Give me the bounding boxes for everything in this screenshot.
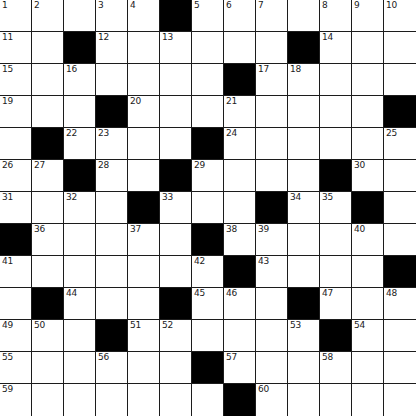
cell-r0c6[interactable]: 5 <box>192 0 224 32</box>
clue-number: 56 <box>98 352 109 363</box>
cell-r7c11[interactable]: 40 <box>352 224 384 256</box>
cell-r5c11[interactable]: 30 <box>352 160 384 192</box>
clue-number: 18 <box>290 64 301 75</box>
cell-r2c12[interactable] <box>384 64 416 96</box>
cell-r4c11[interactable] <box>352 128 384 160</box>
cell-r10c8[interactable] <box>256 320 288 352</box>
cell-r12c8[interactable]: 60 <box>256 384 288 416</box>
cell-r7c9[interactable] <box>288 224 320 256</box>
clue-number: 19 <box>2 96 13 107</box>
clue-number: 27 <box>34 160 45 171</box>
cell-r3c10[interactable] <box>320 96 352 128</box>
cell-r8c11[interactable] <box>352 256 384 288</box>
cell-r2c6[interactable] <box>192 64 224 96</box>
cell-r0c3[interactable]: 3 <box>96 0 128 32</box>
clue-number: 25 <box>386 128 397 139</box>
clue-number: 8 <box>322 0 327 11</box>
cell-r0c12[interactable]: 10 <box>384 0 416 32</box>
cell-r3c4[interactable]: 20 <box>128 96 160 128</box>
cell-r8c8[interactable]: 43 <box>256 256 288 288</box>
cell-r12c10[interactable] <box>320 384 352 416</box>
clue-number: 41 <box>2 256 13 267</box>
clue-number: 47 <box>322 288 333 299</box>
clue-number: 48 <box>386 288 397 299</box>
black-cell-r8c7 <box>224 256 256 288</box>
cell-r7c10[interactable] <box>320 224 352 256</box>
cell-r1c10[interactable]: 14 <box>320 32 352 64</box>
clue-number: 2 <box>34 0 39 11</box>
cell-r12c1[interactable] <box>32 384 64 416</box>
black-cell-r6c8 <box>256 192 288 224</box>
cell-r11c12[interactable] <box>384 352 416 384</box>
clue-number: 3 <box>98 0 103 11</box>
clue-number: 35 <box>322 192 333 203</box>
clue-number: 34 <box>290 192 301 203</box>
clue-number: 36 <box>34 224 45 235</box>
cell-r9c11[interactable] <box>352 288 384 320</box>
cell-r12c11[interactable] <box>352 384 384 416</box>
clue-number: 60 <box>258 384 269 395</box>
black-cell-r0c5 <box>160 0 192 32</box>
cell-r7c8[interactable]: 39 <box>256 224 288 256</box>
cell-r7c4[interactable]: 37 <box>128 224 160 256</box>
crossword-grid: 1234567891011121314151617181920212223242… <box>0 0 416 416</box>
clue-number: 13 <box>162 32 173 43</box>
cell-r8c5[interactable] <box>160 256 192 288</box>
cell-r9c10[interactable]: 47 <box>320 288 352 320</box>
clue-number: 32 <box>66 192 77 203</box>
cell-r3c1[interactable] <box>32 96 64 128</box>
cell-r8c4[interactable] <box>128 256 160 288</box>
cell-r11c4[interactable] <box>128 352 160 384</box>
clue-number: 7 <box>258 0 263 11</box>
black-cell-r10c3 <box>96 320 128 352</box>
cell-r8c9[interactable] <box>288 256 320 288</box>
cell-r11c7[interactable]: 57 <box>224 352 256 384</box>
cell-r6c12[interactable] <box>384 192 416 224</box>
cell-r10c9[interactable]: 53 <box>288 320 320 352</box>
cell-r8c2[interactable] <box>64 256 96 288</box>
clue-number: 43 <box>258 256 269 267</box>
clue-number: 38 <box>226 224 237 235</box>
cell-r8c6[interactable]: 42 <box>192 256 224 288</box>
cell-r4c8[interactable] <box>256 128 288 160</box>
black-cell-r4c6 <box>192 128 224 160</box>
cell-r10c11[interactable]: 54 <box>352 320 384 352</box>
cell-r3c2[interactable] <box>64 96 96 128</box>
clue-number: 45 <box>194 288 205 299</box>
cell-r12c2[interactable] <box>64 384 96 416</box>
cell-r1c1[interactable] <box>32 32 64 64</box>
clue-number: 6 <box>226 0 231 11</box>
cell-r6c6[interactable] <box>192 192 224 224</box>
black-cell-r6c4 <box>128 192 160 224</box>
cell-r11c3[interactable]: 56 <box>96 352 128 384</box>
cell-r2c2[interactable]: 16 <box>64 64 96 96</box>
black-cell-r1c2 <box>64 32 96 64</box>
cell-r8c3[interactable] <box>96 256 128 288</box>
cell-r4c4[interactable] <box>128 128 160 160</box>
cell-r9c2[interactable]: 44 <box>64 288 96 320</box>
cell-r2c11[interactable] <box>352 64 384 96</box>
black-cell-r12c7 <box>224 384 256 416</box>
clue-number: 20 <box>130 96 141 107</box>
cell-r0c2[interactable] <box>64 0 96 32</box>
cell-r3c5[interactable] <box>160 96 192 128</box>
cell-r10c7[interactable] <box>224 320 256 352</box>
cell-r9c8[interactable] <box>256 288 288 320</box>
black-cell-r8c12 <box>384 256 416 288</box>
cell-r11c2[interactable] <box>64 352 96 384</box>
clue-number: 37 <box>130 224 141 235</box>
clue-number: 59 <box>2 384 13 395</box>
cell-r10c0[interactable]: 49 <box>0 320 32 352</box>
black-cell-r2c7 <box>224 64 256 96</box>
cell-r5c9[interactable] <box>288 160 320 192</box>
clue-number: 31 <box>2 192 13 203</box>
cell-r3c11[interactable] <box>352 96 384 128</box>
black-cell-r4c1 <box>32 128 64 160</box>
cell-r12c5[interactable] <box>160 384 192 416</box>
black-cell-r5c5 <box>160 160 192 192</box>
clue-number: 42 <box>194 256 205 267</box>
clue-number: 57 <box>226 352 237 363</box>
cell-r0c8[interactable]: 7 <box>256 0 288 32</box>
cell-r2c1[interactable] <box>32 64 64 96</box>
clue-number: 17 <box>258 64 269 75</box>
clue-number: 46 <box>226 288 237 299</box>
cell-r6c2[interactable]: 32 <box>64 192 96 224</box>
cell-r8c1[interactable] <box>32 256 64 288</box>
cell-r3c8[interactable] <box>256 96 288 128</box>
black-cell-r7c6 <box>192 224 224 256</box>
cell-r9c4[interactable] <box>128 288 160 320</box>
clue-number: 26 <box>2 160 13 171</box>
cell-r7c1[interactable]: 36 <box>32 224 64 256</box>
cell-r0c0[interactable]: 1 <box>0 0 32 32</box>
cell-r0c9[interactable] <box>288 0 320 32</box>
cell-r1c6[interactable] <box>192 32 224 64</box>
clue-number: 44 <box>66 288 77 299</box>
cell-r6c0[interactable]: 31 <box>0 192 32 224</box>
cell-r11c10[interactable]: 58 <box>320 352 352 384</box>
cell-r1c7[interactable] <box>224 32 256 64</box>
cell-r1c5[interactable]: 13 <box>160 32 192 64</box>
cell-r6c10[interactable]: 35 <box>320 192 352 224</box>
cell-r10c2[interactable] <box>64 320 96 352</box>
clue-number: 39 <box>258 224 269 235</box>
cell-r11c11[interactable] <box>352 352 384 384</box>
cell-r4c12[interactable]: 25 <box>384 128 416 160</box>
clue-number: 11 <box>2 32 13 43</box>
cell-r7c2[interactable] <box>64 224 96 256</box>
cell-r10c12[interactable] <box>384 320 416 352</box>
cell-r6c3[interactable] <box>96 192 128 224</box>
cell-r5c7[interactable] <box>224 160 256 192</box>
cell-r2c4[interactable] <box>128 64 160 96</box>
cell-r10c6[interactable] <box>192 320 224 352</box>
cell-r3c0[interactable]: 19 <box>0 96 32 128</box>
cell-r6c1[interactable] <box>32 192 64 224</box>
black-cell-r10c10 <box>320 320 352 352</box>
cell-r5c6[interactable]: 29 <box>192 160 224 192</box>
cell-r1c4[interactable] <box>128 32 160 64</box>
cell-r1c11[interactable] <box>352 32 384 64</box>
cell-r12c4[interactable] <box>128 384 160 416</box>
black-cell-r9c5 <box>160 288 192 320</box>
clue-number: 54 <box>354 320 365 331</box>
cell-r4c7[interactable]: 24 <box>224 128 256 160</box>
cell-r11c5[interactable] <box>160 352 192 384</box>
cell-r12c12[interactable] <box>384 384 416 416</box>
clue-number: 50 <box>34 320 45 331</box>
clue-number: 12 <box>98 32 109 43</box>
cell-r1c3[interactable]: 12 <box>96 32 128 64</box>
cell-r9c7[interactable]: 46 <box>224 288 256 320</box>
clue-number: 28 <box>98 160 109 171</box>
cell-r12c0[interactable]: 59 <box>0 384 32 416</box>
clue-number: 15 <box>2 64 13 75</box>
cell-r5c1[interactable]: 27 <box>32 160 64 192</box>
clue-number: 40 <box>354 224 365 235</box>
black-cell-r3c12 <box>384 96 416 128</box>
cell-r0c1[interactable]: 2 <box>32 0 64 32</box>
cell-r9c12[interactable]: 48 <box>384 288 416 320</box>
cell-r12c9[interactable] <box>288 384 320 416</box>
cell-r2c5[interactable] <box>160 64 192 96</box>
cell-r4c10[interactable] <box>320 128 352 160</box>
clue-number: 21 <box>226 96 237 107</box>
cell-r7c3[interactable] <box>96 224 128 256</box>
cell-r0c7[interactable]: 6 <box>224 0 256 32</box>
clue-number: 33 <box>162 192 173 203</box>
clue-number: 53 <box>290 320 301 331</box>
clue-number: 1 <box>2 0 7 11</box>
cell-r12c6[interactable] <box>192 384 224 416</box>
cell-r5c12[interactable] <box>384 160 416 192</box>
cell-r2c0[interactable]: 15 <box>0 64 32 96</box>
cell-r3c6[interactable] <box>192 96 224 128</box>
cell-r8c0[interactable]: 41 <box>0 256 32 288</box>
cell-r9c0[interactable] <box>0 288 32 320</box>
cell-r2c3[interactable] <box>96 64 128 96</box>
cell-r6c5[interactable]: 33 <box>160 192 192 224</box>
crossword-board-wrap: 1234567891011121314151617181920212223242… <box>0 0 416 416</box>
cell-r0c10[interactable]: 8 <box>320 0 352 32</box>
cell-r5c4[interactable] <box>128 160 160 192</box>
cell-r9c6[interactable]: 45 <box>192 288 224 320</box>
cell-r7c7[interactable]: 38 <box>224 224 256 256</box>
cell-r5c0[interactable]: 26 <box>0 160 32 192</box>
clue-number: 4 <box>130 0 135 11</box>
clue-number: 10 <box>386 0 397 11</box>
cell-r6c9[interactable]: 34 <box>288 192 320 224</box>
black-cell-r6c11 <box>352 192 384 224</box>
clue-number: 29 <box>194 160 205 171</box>
cell-r0c11[interactable]: 9 <box>352 0 384 32</box>
black-cell-r3c3 <box>96 96 128 128</box>
clue-number: 51 <box>130 320 141 331</box>
cell-r7c5[interactable] <box>160 224 192 256</box>
cell-r4c0[interactable] <box>0 128 32 160</box>
clue-number: 22 <box>66 128 77 139</box>
cell-r3c7[interactable]: 21 <box>224 96 256 128</box>
black-cell-r1c9 <box>288 32 320 64</box>
cell-r12c3[interactable] <box>96 384 128 416</box>
clue-number: 52 <box>162 320 173 331</box>
clue-number: 55 <box>2 352 13 363</box>
clue-number: 14 <box>322 32 333 43</box>
cell-r3c9[interactable] <box>288 96 320 128</box>
cell-r5c3[interactable]: 28 <box>96 160 128 192</box>
black-cell-r9c9 <box>288 288 320 320</box>
cell-r7c12[interactable] <box>384 224 416 256</box>
cell-r10c1[interactable]: 50 <box>32 320 64 352</box>
cell-r1c0[interactable]: 11 <box>0 32 32 64</box>
cell-r11c9[interactable] <box>288 352 320 384</box>
black-cell-r9c1 <box>32 288 64 320</box>
cell-r9c3[interactable] <box>96 288 128 320</box>
cell-r8c10[interactable] <box>320 256 352 288</box>
cell-r1c12[interactable] <box>384 32 416 64</box>
clue-number: 5 <box>194 0 199 11</box>
cell-r6c7[interactable] <box>224 192 256 224</box>
black-cell-r7c0 <box>0 224 32 256</box>
cell-r2c9[interactable]: 18 <box>288 64 320 96</box>
cell-r11c1[interactable] <box>32 352 64 384</box>
clue-number: 23 <box>98 128 109 139</box>
cell-r10c5[interactable]: 52 <box>160 320 192 352</box>
clue-number: 9 <box>354 0 359 11</box>
cell-r2c8[interactable]: 17 <box>256 64 288 96</box>
cell-r4c2[interactable]: 22 <box>64 128 96 160</box>
clue-number: 30 <box>354 160 365 171</box>
black-cell-r5c10 <box>320 160 352 192</box>
cell-r4c5[interactable] <box>160 128 192 160</box>
clue-number: 24 <box>226 128 237 139</box>
cell-r1c8[interactable] <box>256 32 288 64</box>
black-cell-r11c6 <box>192 352 224 384</box>
cell-r4c3[interactable]: 23 <box>96 128 128 160</box>
cell-r2c10[interactable] <box>320 64 352 96</box>
clue-number: 49 <box>2 320 13 331</box>
cell-r4c9[interactable] <box>288 128 320 160</box>
cell-r11c8[interactable] <box>256 352 288 384</box>
clue-number: 16 <box>66 64 77 75</box>
cell-r10c4[interactable]: 51 <box>128 320 160 352</box>
cell-r11c0[interactable]: 55 <box>0 352 32 384</box>
clue-number: 58 <box>322 352 333 363</box>
black-cell-r5c2 <box>64 160 96 192</box>
cell-r0c4[interactable]: 4 <box>128 0 160 32</box>
cell-r5c8[interactable] <box>256 160 288 192</box>
